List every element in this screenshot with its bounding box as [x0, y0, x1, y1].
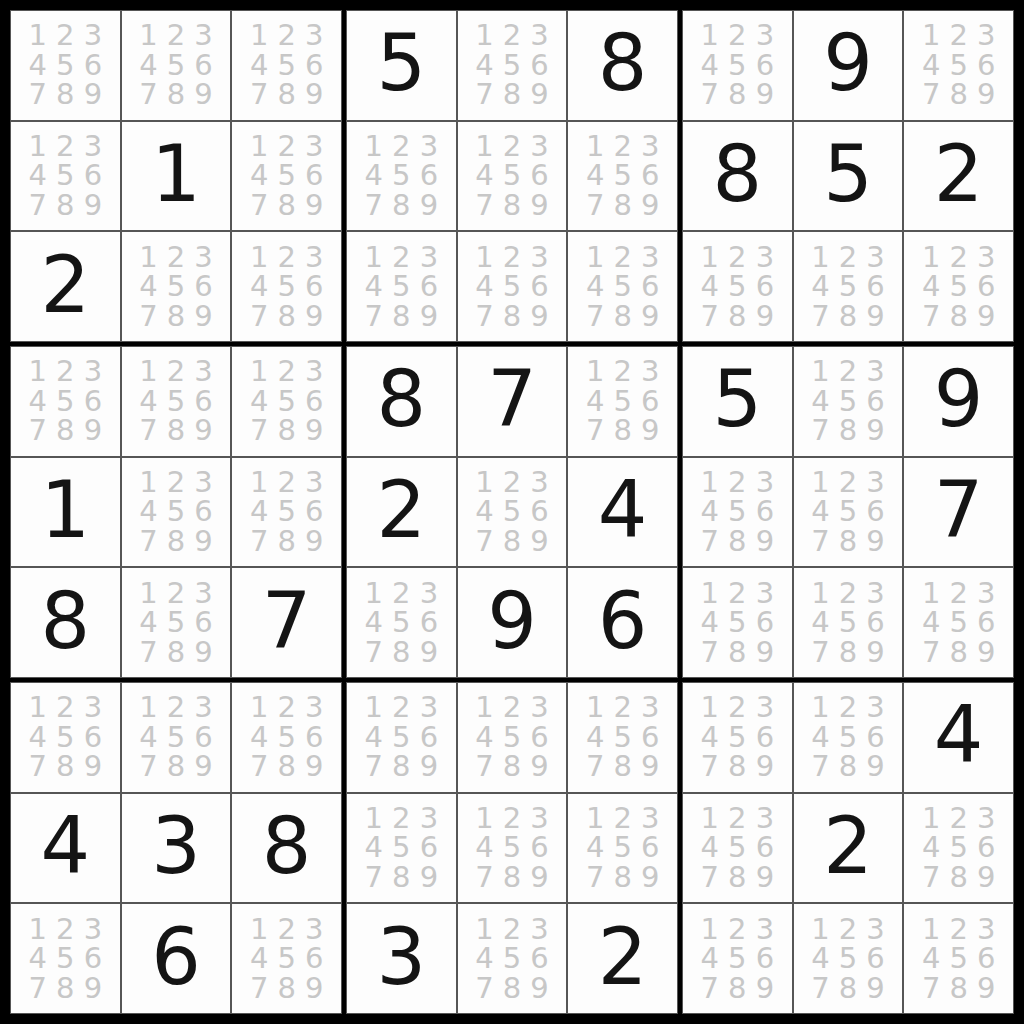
- cell-r8c2[interactable]: 3: [121, 793, 232, 904]
- pencil-mark: 6: [305, 387, 323, 416]
- cell-r1c6[interactable]: 8: [567, 10, 678, 121]
- pencil-mark: 9: [866, 527, 884, 556]
- pencil-mark: 3: [530, 915, 548, 944]
- pencil-mark: 8: [56, 416, 74, 445]
- pencil-mark: 7: [250, 527, 268, 556]
- pencil-mark: 4: [475, 51, 493, 80]
- cell-r7c2[interactable]: 123456789: [121, 682, 232, 793]
- pencil-mark: 3: [756, 804, 774, 833]
- pencil-mark: 3: [194, 693, 212, 722]
- pencil-mark: 3: [866, 357, 884, 386]
- pencil-mark: 8: [613, 752, 631, 781]
- pencil-marks: 123456789: [904, 568, 1013, 677]
- cell-r5c5[interactable]: 123456789: [457, 457, 568, 568]
- pencil-mark: 6: [84, 161, 102, 190]
- pencil-mark: 7: [29, 752, 47, 781]
- pencil-mark: 6: [84, 51, 102, 80]
- cell-r8c7[interactable]: 123456789: [682, 793, 793, 904]
- pencil-mark: 6: [756, 608, 774, 637]
- pencil-mark: 9: [305, 80, 323, 109]
- cell-r5c9[interactable]: 7: [903, 457, 1014, 568]
- pencil-marks: 123456789: [458, 232, 567, 341]
- pencil-mark: 8: [503, 974, 521, 1003]
- cell-r2c6[interactable]: 123456789: [567, 121, 678, 232]
- pencil-mark: 4: [701, 497, 719, 526]
- box-3-2: 1234567891234567891234567891234567891234…: [344, 680, 680, 1016]
- pencil-marks: 123456789: [683, 568, 792, 677]
- pencil-mark: 8: [277, 80, 295, 109]
- pencil-mark: 1: [701, 915, 719, 944]
- cell-r4c2[interactable]: 123456789: [121, 346, 232, 457]
- pencil-mark: 4: [475, 497, 493, 526]
- pencil-mark: 5: [277, 51, 295, 80]
- cell-r3c6[interactable]: 123456789: [567, 231, 678, 342]
- cell-r6c5[interactable]: 9: [457, 567, 568, 678]
- pencil-mark: 9: [194, 752, 212, 781]
- pencil-mark: 9: [641, 752, 659, 781]
- cell-r2c9[interactable]: 2: [903, 121, 1014, 232]
- cell-r2c5[interactable]: 123456789: [457, 121, 568, 232]
- pencil-mark: 1: [475, 21, 493, 50]
- pencil-mark: 5: [167, 272, 185, 301]
- pencil-marks: 123456789: [347, 568, 456, 677]
- pencil-mark: 2: [613, 243, 631, 272]
- pencil-mark: 8: [277, 974, 295, 1003]
- pencil-mark: 9: [420, 191, 438, 220]
- pencil-mark: 1: [475, 132, 493, 161]
- given-digit: 9: [934, 360, 984, 438]
- cell-r1c7[interactable]: 123456789: [682, 10, 793, 121]
- cell-r6c7[interactable]: 123456789: [682, 567, 793, 678]
- cell-r6c3[interactable]: 7: [231, 567, 342, 678]
- pencil-mark: 6: [305, 51, 323, 80]
- pencil-mark: 5: [728, 608, 746, 637]
- pencil-mark: 1: [811, 693, 829, 722]
- pencil-mark: 9: [641, 416, 659, 445]
- cell-r5c8[interactable]: 123456789: [793, 457, 904, 568]
- pencil-mark: 1: [701, 579, 719, 608]
- cell-r7c3[interactable]: 123456789: [231, 682, 342, 793]
- pencil-mark: 7: [250, 80, 268, 109]
- pencil-mark: 2: [277, 21, 295, 50]
- pencil-mark: 4: [475, 161, 493, 190]
- pencil-mark: 3: [305, 21, 323, 50]
- pencil-mark: 2: [392, 243, 410, 272]
- pencil-mark: 2: [503, 915, 521, 944]
- pencil-mark: 2: [949, 579, 967, 608]
- pencil-mark: 2: [839, 693, 857, 722]
- pencil-marks: 123456789: [458, 683, 567, 792]
- pencil-mark: 5: [503, 51, 521, 80]
- pencil-mark: 9: [305, 527, 323, 556]
- pencil-mark: 4: [365, 723, 383, 752]
- pencil-mark: 9: [84, 191, 102, 220]
- pencil-mark: 4: [250, 497, 268, 526]
- cell-r1c2[interactable]: 123456789: [121, 10, 232, 121]
- pencil-mark: 8: [56, 974, 74, 1003]
- pencil-mark: 6: [641, 161, 659, 190]
- cell-r1c4[interactable]: 5: [346, 10, 457, 121]
- pencil-mark: 5: [503, 723, 521, 752]
- cell-r1c8[interactable]: 9: [793, 10, 904, 121]
- pencil-mark: 1: [29, 357, 47, 386]
- pencil-mark: 7: [586, 191, 604, 220]
- pencil-mark: 3: [530, 21, 548, 50]
- cell-r7c9[interactable]: 4: [903, 682, 1014, 793]
- box-3-3: 1234567891234567894123456789212345678912…: [680, 680, 1016, 1016]
- pencil-mark: 3: [641, 132, 659, 161]
- cell-r3c4[interactable]: 123456789: [346, 231, 457, 342]
- pencil-mark: 7: [922, 974, 940, 1003]
- pencil-mark: 4: [365, 161, 383, 190]
- pencil-mark: 9: [420, 863, 438, 892]
- cell-r7c4[interactable]: 123456789: [346, 682, 457, 793]
- pencil-mark: 8: [56, 191, 74, 220]
- cell-r3c9[interactable]: 123456789: [903, 231, 1014, 342]
- pencil-mark: 4: [139, 608, 157, 637]
- cell-r6c1[interactable]: 8: [10, 567, 121, 678]
- box-2-2: 871234567892123456789412345678996: [344, 344, 680, 680]
- pencil-mark: 5: [503, 497, 521, 526]
- cell-r7c7[interactable]: 123456789: [682, 682, 793, 793]
- cell-r3c5[interactable]: 123456789: [457, 231, 568, 342]
- pencil-mark: 3: [641, 357, 659, 386]
- pencil-mark: 3: [305, 468, 323, 497]
- pencil-mark: 1: [139, 693, 157, 722]
- pencil-mark: 7: [922, 638, 940, 667]
- pencil-mark: 2: [613, 357, 631, 386]
- box-1-1: 1234567891234567891234567891234567891123…: [8, 8, 344, 344]
- pencil-mark: 4: [250, 272, 268, 301]
- pencil-mark: 8: [392, 302, 410, 331]
- pencil-mark: 5: [728, 272, 746, 301]
- pencil-marks: 123456789: [232, 683, 341, 792]
- pencil-marks: 123456789: [122, 347, 231, 456]
- cell-r9c9[interactable]: 123456789: [903, 903, 1014, 1014]
- pencil-mark: 4: [250, 51, 268, 80]
- pencil-mark: 2: [392, 804, 410, 833]
- cell-r9c3[interactable]: 123456789: [231, 903, 342, 1014]
- pencil-mark: 6: [420, 608, 438, 637]
- pencil-mark: 6: [84, 723, 102, 752]
- pencil-mark: 5: [56, 161, 74, 190]
- pencil-mark: 7: [365, 302, 383, 331]
- pencil-mark: 8: [167, 638, 185, 667]
- pencil-mark: 1: [701, 693, 719, 722]
- pencil-mark: 2: [56, 132, 74, 161]
- pencil-mark: 7: [29, 80, 47, 109]
- pencil-mark: 3: [420, 693, 438, 722]
- cell-r9c4[interactable]: 3: [346, 903, 457, 1014]
- pencil-mark: 7: [29, 974, 47, 1003]
- pencil-mark: 7: [139, 752, 157, 781]
- pencil-mark: 1: [139, 21, 157, 50]
- pencil-mark: 6: [641, 272, 659, 301]
- cell-r7c5[interactable]: 123456789: [457, 682, 568, 793]
- pencil-mark: 6: [756, 833, 774, 862]
- pencil-mark: 1: [29, 21, 47, 50]
- pencil-mark: 9: [305, 191, 323, 220]
- cell-r8c6[interactable]: 123456789: [567, 793, 678, 904]
- cell-r8c8[interactable]: 2: [793, 793, 904, 904]
- cell-r1c9[interactable]: 123456789: [903, 10, 1014, 121]
- cell-r8c3[interactable]: 8: [231, 793, 342, 904]
- pencil-mark: 6: [866, 497, 884, 526]
- pencil-mark: 5: [392, 272, 410, 301]
- pencil-mark: 2: [503, 468, 521, 497]
- pencil-mark: 3: [420, 243, 438, 272]
- pencil-mark: 7: [475, 527, 493, 556]
- pencil-mark: 5: [728, 723, 746, 752]
- pencil-mark: 8: [392, 752, 410, 781]
- pencil-mark: 1: [250, 243, 268, 272]
- pencil-mark: 5: [503, 944, 521, 973]
- pencil-mark: 7: [365, 863, 383, 892]
- pencil-mark: 1: [811, 915, 829, 944]
- cell-r9c8[interactable]: 123456789: [793, 903, 904, 1014]
- pencil-mark: 9: [305, 302, 323, 331]
- pencil-marks: 123456789: [904, 794, 1013, 903]
- cell-r4c4[interactable]: 8: [346, 346, 457, 457]
- cell-r8c5[interactable]: 123456789: [457, 793, 568, 904]
- pencil-mark: 1: [365, 693, 383, 722]
- pencil-marks: 123456789: [683, 11, 792, 120]
- pencil-mark: 8: [949, 863, 967, 892]
- cell-r1c5[interactable]: 123456789: [457, 10, 568, 121]
- cell-r9c6[interactable]: 2: [567, 903, 678, 1014]
- cell-r3c7[interactable]: 123456789: [682, 231, 793, 342]
- cell-r4c9[interactable]: 9: [903, 346, 1014, 457]
- pencil-mark: 2: [167, 693, 185, 722]
- pencil-mark: 7: [701, 974, 719, 1003]
- cell-r3c2[interactable]: 123456789: [121, 231, 232, 342]
- cell-r3c8[interactable]: 123456789: [793, 231, 904, 342]
- pencil-mark: 8: [167, 752, 185, 781]
- cell-r4c7[interactable]: 5: [682, 346, 793, 457]
- pencil-mark: 4: [29, 944, 47, 973]
- pencil-marks: 123456789: [458, 122, 567, 231]
- cell-r9c5[interactable]: 123456789: [457, 903, 568, 1014]
- cell-r1c3[interactable]: 123456789: [231, 10, 342, 121]
- pencil-mark: 1: [701, 804, 719, 833]
- pencil-mark: 6: [866, 272, 884, 301]
- pencil-mark: 1: [139, 468, 157, 497]
- pencil-mark: 7: [139, 302, 157, 331]
- pencil-mark: 4: [29, 161, 47, 190]
- pencil-mark: 8: [728, 752, 746, 781]
- pencil-mark: 6: [194, 51, 212, 80]
- pencil-mark: 3: [530, 243, 548, 272]
- cell-r6c9[interactable]: 123456789: [903, 567, 1014, 678]
- cell-r5c3[interactable]: 123456789: [231, 457, 342, 568]
- pencil-mark: 4: [701, 272, 719, 301]
- pencil-mark: 1: [365, 579, 383, 608]
- pencil-mark: 9: [305, 416, 323, 445]
- pencil-mark: 4: [250, 723, 268, 752]
- pencil-mark: 7: [475, 302, 493, 331]
- given-digit: 9: [487, 582, 537, 660]
- pencil-mark: 9: [530, 974, 548, 1003]
- pencil-mark: 9: [420, 638, 438, 667]
- pencil-mark: 8: [503, 752, 521, 781]
- cell-r2c8[interactable]: 5: [793, 121, 904, 232]
- cell-r5c2[interactable]: 123456789: [121, 457, 232, 568]
- pencil-mark: 5: [392, 723, 410, 752]
- pencil-mark: 7: [811, 527, 829, 556]
- pencil-marks: 123456789: [458, 904, 567, 1013]
- cell-r7c8[interactable]: 123456789: [793, 682, 904, 793]
- cell-r1c1[interactable]: 123456789: [10, 10, 121, 121]
- cell-r2c2[interactable]: 1: [121, 121, 232, 232]
- cell-r6c8[interactable]: 123456789: [793, 567, 904, 678]
- cell-r3c1[interactable]: 2: [10, 231, 121, 342]
- given-digit: 2: [934, 135, 984, 213]
- cell-r2c1[interactable]: 123456789: [10, 121, 121, 232]
- cell-r9c2[interactable]: 6: [121, 903, 232, 1014]
- cell-r2c4[interactable]: 123456789: [346, 121, 457, 232]
- pencil-mark: 2: [167, 21, 185, 50]
- pencil-mark: 8: [613, 191, 631, 220]
- pencil-mark: 2: [728, 468, 746, 497]
- pencil-mark: 3: [194, 468, 212, 497]
- given-digit: 8: [598, 24, 648, 102]
- pencil-mark: 8: [503, 80, 521, 109]
- pencil-mark: 7: [365, 752, 383, 781]
- pencil-mark: 2: [839, 579, 857, 608]
- given-digit: 3: [151, 807, 201, 885]
- cell-r8c9[interactable]: 123456789: [903, 793, 1014, 904]
- cell-r3c3[interactable]: 123456789: [231, 231, 342, 342]
- pencil-mark: 4: [586, 723, 604, 752]
- cell-r5c6[interactable]: 4: [567, 457, 678, 568]
- pencil-mark: 8: [167, 80, 185, 109]
- pencil-mark: 6: [977, 944, 995, 973]
- pencil-mark: 3: [194, 357, 212, 386]
- cell-r7c6[interactable]: 123456789: [567, 682, 678, 793]
- pencil-mark: 9: [866, 416, 884, 445]
- pencil-mark: 2: [167, 243, 185, 272]
- cell-r4c3[interactable]: 123456789: [231, 346, 342, 457]
- pencil-mark: 3: [84, 915, 102, 944]
- pencil-mark: 2: [56, 693, 74, 722]
- pencil-mark: 3: [866, 693, 884, 722]
- pencil-mark: 1: [922, 243, 940, 272]
- cell-r4c8[interactable]: 123456789: [793, 346, 904, 457]
- pencil-mark: 7: [811, 638, 829, 667]
- pencil-mark: 9: [866, 302, 884, 331]
- cell-r8c1[interactable]: 4: [10, 793, 121, 904]
- pencil-mark: 5: [503, 161, 521, 190]
- pencil-mark: 3: [84, 693, 102, 722]
- given-digit: 5: [377, 24, 427, 102]
- pencil-marks: 123456789: [794, 458, 903, 567]
- cell-r6c6[interactable]: 6: [567, 567, 678, 678]
- cell-r4c5[interactable]: 7: [457, 346, 568, 457]
- pencil-mark: 7: [811, 752, 829, 781]
- cell-r2c3[interactable]: 123456789: [231, 121, 342, 232]
- pencil-mark: 9: [84, 80, 102, 109]
- pencil-mark: 3: [756, 915, 774, 944]
- cell-r9c7[interactable]: 123456789: [682, 903, 793, 1014]
- pencil-mark: 1: [922, 915, 940, 944]
- pencil-mark: 6: [420, 272, 438, 301]
- given-digit: 8: [41, 582, 91, 660]
- given-digit: 7: [934, 471, 984, 549]
- cell-r6c4[interactable]: 123456789: [346, 567, 457, 678]
- pencil-mark: 9: [977, 863, 995, 892]
- pencil-mark: 7: [29, 191, 47, 220]
- pencil-mark: 1: [811, 243, 829, 272]
- cell-r9c1[interactable]: 123456789: [10, 903, 121, 1014]
- cell-r6c2[interactable]: 123456789: [121, 567, 232, 678]
- pencil-mark: 1: [29, 132, 47, 161]
- pencil-mark: 6: [305, 944, 323, 973]
- pencil-mark: 8: [728, 527, 746, 556]
- cell-r5c7[interactable]: 123456789: [682, 457, 793, 568]
- cell-r7c1[interactable]: 123456789: [10, 682, 121, 793]
- pencil-mark: 7: [701, 638, 719, 667]
- pencil-marks: 123456789: [11, 347, 120, 456]
- pencil-mark: 2: [277, 693, 295, 722]
- pencil-marks: 123456789: [232, 122, 341, 231]
- pencil-mark: 7: [586, 416, 604, 445]
- pencil-mark: 2: [613, 693, 631, 722]
- pencil-mark: 7: [811, 974, 829, 1003]
- pencil-mark: 6: [866, 944, 884, 973]
- pencil-mark: 4: [29, 723, 47, 752]
- pencil-marks: 123456789: [904, 232, 1013, 341]
- cell-r4c6[interactable]: 123456789: [567, 346, 678, 457]
- pencil-mark: 2: [503, 804, 521, 833]
- pencil-mark: 5: [277, 161, 295, 190]
- box-3-1: 1234567891234567891234567894381234567896…: [8, 680, 344, 1016]
- cell-r4c1[interactable]: 123456789: [10, 346, 121, 457]
- cell-r2c7[interactable]: 8: [682, 121, 793, 232]
- pencil-mark: 4: [701, 51, 719, 80]
- pencil-mark: 5: [839, 608, 857, 637]
- pencil-mark: 4: [811, 944, 829, 973]
- cell-r5c4[interactable]: 2: [346, 457, 457, 568]
- pencil-mark: 6: [866, 723, 884, 752]
- pencil-marks: 123456789: [11, 683, 120, 792]
- pencil-mark: 4: [29, 387, 47, 416]
- pencil-mark: 2: [392, 132, 410, 161]
- pencil-mark: 7: [701, 302, 719, 331]
- pencil-mark: 3: [305, 357, 323, 386]
- pencil-mark: 2: [728, 243, 746, 272]
- pencil-mark: 3: [194, 579, 212, 608]
- pencil-marks: 123456789: [122, 458, 231, 567]
- box-1-2: 5123456789812345678912345678912345678912…: [344, 8, 680, 344]
- pencil-mark: 5: [949, 51, 967, 80]
- pencil-marks: 123456789: [568, 232, 677, 341]
- pencil-mark: 3: [420, 804, 438, 833]
- pencil-mark: 8: [167, 416, 185, 445]
- pencil-mark: 4: [139, 51, 157, 80]
- pencil-mark: 1: [29, 693, 47, 722]
- pencil-mark: 9: [756, 863, 774, 892]
- pencil-mark: 8: [503, 527, 521, 556]
- pencil-mark: 1: [250, 915, 268, 944]
- pencil-mark: 9: [194, 527, 212, 556]
- pencil-mark: 2: [277, 468, 295, 497]
- cell-r8c4[interactable]: 123456789: [346, 793, 457, 904]
- pencil-mark: 7: [811, 302, 829, 331]
- pencil-mark: 2: [503, 21, 521, 50]
- pencil-mark: 5: [949, 833, 967, 862]
- cell-r5c1[interactable]: 1: [10, 457, 121, 568]
- pencil-mark: 6: [977, 272, 995, 301]
